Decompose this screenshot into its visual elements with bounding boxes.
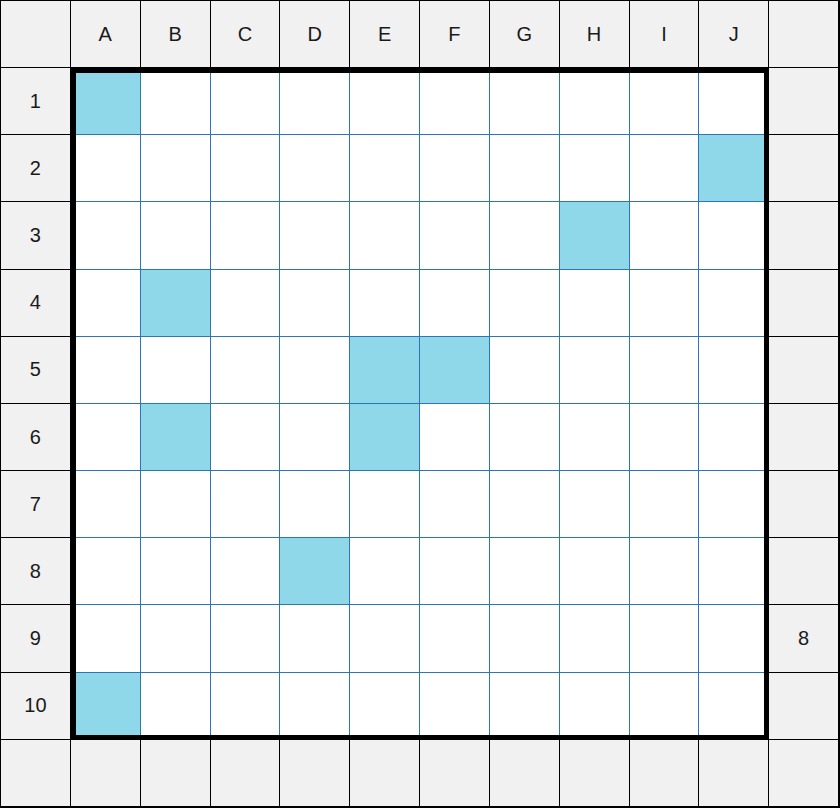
cell-A6[interactable] (71, 404, 141, 471)
bottom-clue-B (141, 740, 211, 807)
cell-G3[interactable] (490, 202, 560, 269)
cell-F4[interactable] (420, 270, 490, 337)
cell-F6[interactable] (420, 404, 490, 471)
cell-F7[interactable] (420, 471, 490, 538)
col-header-H: H (560, 1, 630, 68)
cell-J3[interactable] (699, 202, 769, 269)
col-header-C: C (211, 1, 281, 68)
cell-A7[interactable] (71, 471, 141, 538)
cell-G8[interactable] (490, 538, 560, 605)
cell-E7[interactable] (350, 471, 420, 538)
cell-I9[interactable] (630, 605, 700, 672)
bottom-clue-A (71, 740, 141, 807)
cell-G5[interactable] (490, 337, 560, 404)
bottom-clue-G (490, 740, 560, 807)
bottom-clue-D (280, 740, 350, 807)
cell-C5[interactable] (211, 337, 281, 404)
cell-G2[interactable] (490, 135, 560, 202)
cell-E4[interactable] (350, 270, 420, 337)
cell-A2[interactable] (71, 135, 141, 202)
cell-H10[interactable] (560, 673, 630, 740)
cell-D5[interactable] (280, 337, 350, 404)
row-header-9: 9 (1, 605, 71, 672)
cell-F10[interactable] (420, 673, 490, 740)
cell-A1[interactable] (71, 68, 141, 135)
cell-H8[interactable] (560, 538, 630, 605)
right-clue-8 (769, 538, 839, 605)
right-clue-9: 8 (769, 605, 839, 672)
cell-J1[interactable] (699, 68, 769, 135)
cell-I1[interactable] (630, 68, 700, 135)
col-header-E: E (350, 1, 420, 68)
cell-A5[interactable] (71, 337, 141, 404)
cell-J10[interactable] (699, 673, 769, 740)
cell-E5[interactable] (350, 337, 420, 404)
row-header-10: 10 (1, 673, 71, 740)
right-clue-1 (769, 68, 839, 135)
right-clue-10 (769, 673, 839, 740)
cell-E9[interactable] (350, 605, 420, 672)
cell-G7[interactable] (490, 471, 560, 538)
cell-C6[interactable] (211, 404, 281, 471)
cell-I8[interactable] (630, 538, 700, 605)
cell-D1[interactable] (280, 68, 350, 135)
cell-H2[interactable] (560, 135, 630, 202)
cell-F3[interactable] (420, 202, 490, 269)
col-header-D: D (280, 1, 350, 68)
cell-J4[interactable] (699, 270, 769, 337)
cell-C8[interactable] (211, 538, 281, 605)
bottom-clue-C (211, 740, 281, 807)
cell-H1[interactable] (560, 68, 630, 135)
cell-J5[interactable] (699, 337, 769, 404)
cell-B1[interactable] (141, 68, 211, 135)
right-clue-7 (769, 471, 839, 538)
col-header-B: B (141, 1, 211, 68)
row-header-3: 3 (1, 202, 71, 269)
bottom-clue-F (420, 740, 490, 807)
cell-B8[interactable] (141, 538, 211, 605)
cell-C9[interactable] (211, 605, 281, 672)
cell-D2[interactable] (280, 135, 350, 202)
right-clue-5 (769, 337, 839, 404)
cell-J6[interactable] (699, 404, 769, 471)
cell-H4[interactable] (560, 270, 630, 337)
cell-D4[interactable] (280, 270, 350, 337)
right-clue-6 (769, 404, 839, 471)
cell-A3[interactable] (71, 202, 141, 269)
cell-E2[interactable] (350, 135, 420, 202)
corner-top-right (769, 1, 839, 68)
cell-G4[interactable] (490, 270, 560, 337)
cell-H9[interactable] (560, 605, 630, 672)
cell-J2[interactable] (699, 135, 769, 202)
cell-E8[interactable] (350, 538, 420, 605)
cell-D8[interactable] (280, 538, 350, 605)
cell-B6[interactable] (141, 404, 211, 471)
cell-A8[interactable] (71, 538, 141, 605)
cell-D6[interactable] (280, 404, 350, 471)
cell-J8[interactable] (699, 538, 769, 605)
right-clue-2 (769, 135, 839, 202)
cell-H3[interactable] (560, 202, 630, 269)
cell-I5[interactable] (630, 337, 700, 404)
cell-A10[interactable] (71, 673, 141, 740)
cell-I10[interactable] (630, 673, 700, 740)
cell-G10[interactable] (490, 673, 560, 740)
cell-A4[interactable] (71, 270, 141, 337)
cell-F9[interactable] (420, 605, 490, 672)
cell-H6[interactable] (560, 404, 630, 471)
cell-A9[interactable] (71, 605, 141, 672)
cell-D9[interactable] (280, 605, 350, 672)
cell-H5[interactable] (560, 337, 630, 404)
bottom-clue-H (560, 740, 630, 807)
cell-D7[interactable] (280, 471, 350, 538)
cell-E1[interactable] (350, 68, 420, 135)
row-header-4: 4 (1, 270, 71, 337)
col-header-J: J (699, 1, 769, 68)
cell-F5[interactable] (420, 337, 490, 404)
cell-E6[interactable] (350, 404, 420, 471)
row-header-8: 8 (1, 538, 71, 605)
cell-G1[interactable] (490, 68, 560, 135)
row-header-1: 1 (1, 68, 71, 135)
cell-G9[interactable] (490, 605, 560, 672)
col-header-A: A (71, 1, 141, 68)
cell-I7[interactable] (630, 471, 700, 538)
bottom-clue-E (350, 740, 420, 807)
right-clue-4 (769, 270, 839, 337)
cell-B10[interactable] (141, 673, 211, 740)
cell-J9[interactable] (699, 605, 769, 672)
row-header-5: 5 (1, 337, 71, 404)
corner-top-left (1, 1, 71, 68)
cell-C2[interactable] (211, 135, 281, 202)
cell-F1[interactable] (420, 68, 490, 135)
cell-I6[interactable] (630, 404, 700, 471)
cell-C7[interactable] (211, 471, 281, 538)
cell-E10[interactable] (350, 673, 420, 740)
cell-B3[interactable] (141, 202, 211, 269)
cell-F2[interactable] (420, 135, 490, 202)
cell-I2[interactable] (630, 135, 700, 202)
cell-D10[interactable] (280, 673, 350, 740)
row-header-2: 2 (1, 135, 71, 202)
cell-B9[interactable] (141, 605, 211, 672)
bottom-clue-J (699, 740, 769, 807)
cell-B5[interactable] (141, 337, 211, 404)
cell-I4[interactable] (630, 270, 700, 337)
puzzle-board: ABCDEFGHIJ123456789810 (0, 0, 840, 808)
cell-F8[interactable] (420, 538, 490, 605)
cell-B4[interactable] (141, 270, 211, 337)
cell-C1[interactable] (211, 68, 281, 135)
cell-C3[interactable] (211, 202, 281, 269)
right-clue-3 (769, 202, 839, 269)
cell-B2[interactable] (141, 135, 211, 202)
cell-B7[interactable] (141, 471, 211, 538)
cell-E3[interactable] (350, 202, 420, 269)
row-header-6: 6 (1, 404, 71, 471)
cell-J7[interactable] (699, 471, 769, 538)
cell-H7[interactable] (560, 471, 630, 538)
cell-D3[interactable] (280, 202, 350, 269)
bottom-clue-I (630, 740, 700, 807)
corner-bottom-left (1, 740, 71, 807)
row-header-7: 7 (1, 471, 71, 538)
col-header-F: F (420, 1, 490, 68)
cell-C10[interactable] (211, 673, 281, 740)
col-header-G: G (490, 1, 560, 68)
col-header-I: I (630, 1, 700, 68)
cell-I3[interactable] (630, 202, 700, 269)
cell-G6[interactable] (490, 404, 560, 471)
cell-C4[interactable] (211, 270, 281, 337)
corner-bottom-right (769, 740, 839, 807)
